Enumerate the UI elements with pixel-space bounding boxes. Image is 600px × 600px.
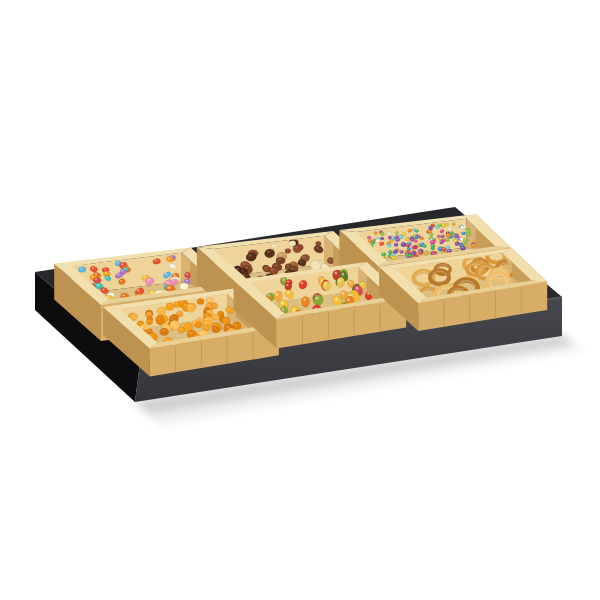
snack-tray-scene	[0, 0, 600, 600]
product-photo: Bamboo snack serving tray with six compa…	[0, 0, 600, 600]
